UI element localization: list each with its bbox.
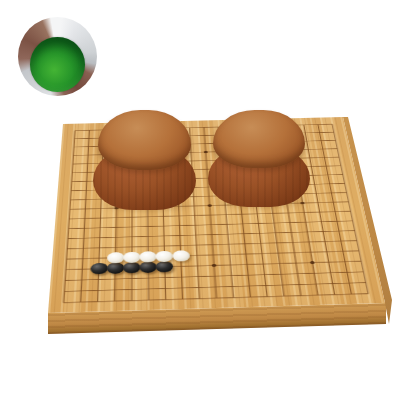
go-set-product-photo bbox=[0, 0, 400, 400]
brand-logo bbox=[18, 17, 97, 96]
green-go-stone-icon bbox=[30, 37, 85, 92]
bowl-lid bbox=[98, 110, 191, 170]
go-bowl-right bbox=[208, 110, 310, 207]
go-bowl-left bbox=[93, 110, 196, 210]
bowl-lid bbox=[213, 110, 305, 168]
go-stone-white bbox=[172, 250, 190, 261]
